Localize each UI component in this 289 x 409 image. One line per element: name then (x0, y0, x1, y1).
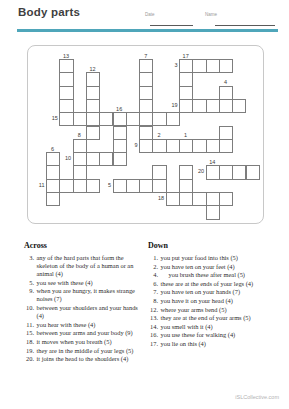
clue-item: 6.these are at the ends of your legs (4) (148, 280, 274, 288)
grid-cell[interactable] (179, 99, 193, 113)
clue-number: 8. (148, 297, 161, 305)
grid-cell[interactable] (219, 126, 233, 140)
clue-item: 15.between your arms and your body (9) (24, 329, 145, 337)
grid-cell[interactable] (139, 72, 153, 86)
clue-text: you use these for walking (4) (161, 331, 275, 339)
grid-cell[interactable] (219, 165, 233, 179)
clue-item: 19.they are in the middle of your legs (… (24, 347, 145, 355)
grid-cell[interactable] (113, 152, 127, 166)
clue-text: you smell with it (4) (161, 323, 275, 331)
worksheet-page: Body parts Date Name 3591011151819201246… (0, 0, 289, 409)
grid-cell[interactable] (139, 86, 153, 100)
grid-cell[interactable] (152, 139, 166, 153)
watermark: iSLCollective.com (235, 394, 279, 400)
page-title: Body parts (18, 6, 80, 18)
grid-cell[interactable] (86, 72, 100, 86)
crossword-grid: 3591011151819201246781213141617 (46, 59, 260, 220)
grid-number-across: 10 (59, 152, 71, 165)
across-heading: Across (24, 241, 145, 250)
clue-item: 4. you brush these after meal (5) (148, 271, 274, 279)
grid-number-down: 1 (179, 132, 192, 138)
grid-cell[interactable] (139, 112, 153, 126)
grid-cell[interactable] (86, 86, 100, 100)
grid-number-down: 6 (46, 146, 59, 152)
grid-cell[interactable] (99, 152, 113, 166)
grid-cell[interactable] (179, 179, 193, 193)
clue-item: 18.it moves when you breath (5) (24, 338, 145, 346)
grid-cell[interactable] (46, 179, 60, 193)
grid-cell[interactable] (206, 205, 220, 219)
grid-cell[interactable] (179, 192, 193, 206)
across-clues-section: Across 3.any of the hard parts that form… (24, 241, 145, 364)
clue-item: 2.you have ten on your feet (4) (148, 263, 274, 271)
grid-number-across: 20 (192, 165, 204, 178)
grid-number-across: 18 (152, 192, 164, 205)
grid-cell[interactable] (206, 59, 220, 73)
grid-cell[interactable] (166, 139, 180, 153)
clue-number: 4. (148, 271, 161, 279)
grid-cell[interactable] (59, 86, 73, 100)
grid-cell[interactable] (179, 86, 193, 100)
grid-number-across: 9 (126, 139, 138, 152)
grid-cell[interactable] (139, 126, 153, 140)
grid-cell[interactable] (59, 59, 73, 73)
grid-number-down: 16 (113, 106, 126, 112)
grid-cell[interactable] (139, 99, 153, 113)
clue-item: 12.where your arms bend (5) (148, 306, 274, 314)
clue-item: 7.you have ten on your hands (7) (148, 288, 274, 296)
grid-cell[interactable] (86, 126, 100, 140)
clue-item: 5.you see with these (4) (24, 279, 145, 287)
clue-text: you have ten on your feet (4) (161, 263, 275, 271)
clue-text: where your arms bend (5) (161, 306, 275, 314)
clue-text: you brush these after meal (5) (161, 271, 275, 279)
clue-text: they are in the middle of your legs (5) (37, 347, 146, 355)
clue-text: it joins the head to the shoulders (4) (37, 355, 146, 363)
grid-cell[interactable] (73, 139, 87, 153)
grid-cell[interactable] (126, 112, 140, 126)
grid-number-down: 8 (73, 132, 86, 138)
clue-text: between your arms and your body (9) (37, 329, 146, 337)
grid-cell[interactable] (232, 99, 246, 113)
clue-text: you have it on your head (4) (161, 297, 275, 305)
grid-cell[interactable] (152, 112, 166, 126)
clue-number: 1. (148, 254, 161, 262)
grid-cell[interactable] (219, 139, 233, 153)
grid-cell[interactable] (246, 165, 260, 179)
clue-number: 5. (24, 279, 37, 287)
clue-item: 3.any of the hard parts that form the sk… (24, 254, 145, 278)
clue-item: 16.you use these for walking (4) (148, 331, 274, 339)
clue-number: 14. (148, 323, 161, 331)
clue-item: 10.between your shoulders and your hands… (24, 304, 145, 320)
grid-cell[interactable] (232, 165, 246, 179)
clue-text: these are at the ends of your legs (4) (161, 280, 275, 288)
clue-number: 18. (24, 338, 37, 346)
name-label: Name (205, 12, 217, 17)
clue-number: 2. (148, 263, 161, 271)
grid-cell[interactable] (73, 179, 87, 193)
grid-cell[interactable] (59, 99, 73, 113)
clue-item: 8.you have it on your head (4) (148, 297, 274, 305)
grid-cell[interactable] (86, 99, 100, 113)
clue-number: 10. (24, 304, 37, 320)
grid-number-down: 13 (59, 53, 72, 59)
grid-cell[interactable] (139, 179, 153, 193)
grid-cell[interactable] (113, 179, 127, 193)
grid-cell[interactable] (219, 192, 233, 206)
grid-cell[interactable] (206, 192, 220, 206)
clue-number: 17. (148, 340, 161, 348)
down-clues-section: Down 1.you put your food into this (5)2.… (148, 241, 274, 349)
grid-cell[interactable] (113, 126, 127, 140)
grid-cell[interactable] (166, 112, 180, 126)
clue-number: 13. (148, 314, 161, 322)
grid-number-down: 2 (152, 132, 165, 138)
clue-item: 1.you put your food into this (5) (148, 254, 274, 262)
grid-cell[interactable] (126, 179, 140, 193)
grid-cell[interactable] (73, 112, 87, 126)
grid-number-across: 3 (166, 59, 178, 72)
clue-item: 20.it joins the head to the shoulders (4… (24, 355, 145, 363)
name-underline[interactable] (215, 25, 275, 26)
clue-text: you have ten on your hands (7) (161, 288, 275, 296)
grid-number-down: 12 (86, 66, 99, 72)
clue-number: 11. (24, 321, 37, 329)
grid-cell[interactable] (152, 165, 166, 179)
grid-cell[interactable] (206, 99, 220, 113)
grid-cell[interactable] (192, 59, 206, 73)
date-label: Date (145, 12, 155, 17)
grid-number-across: 11 (33, 179, 45, 192)
clue-item: 9.when you are hungry, it makes strange … (24, 287, 145, 303)
grid-number-down: 4 (219, 79, 232, 85)
clue-text: you lie on this (4) (161, 340, 275, 348)
grid-number-down: 7 (139, 53, 152, 59)
header-rule (17, 29, 278, 32)
clue-text: you hear with these (4) (37, 321, 146, 329)
clue-text: it moves when you breath (5) (37, 338, 146, 346)
grid-cell[interactable] (192, 99, 206, 113)
grid-cell[interactable] (219, 59, 233, 73)
clue-number: 9. (24, 287, 37, 303)
clue-number: 19. (24, 347, 37, 355)
date-underline[interactable] (150, 25, 193, 26)
grid-cell[interactable] (219, 99, 233, 113)
grid-cell[interactable] (139, 59, 153, 73)
clue-item: 11.you hear with these (4) (24, 321, 145, 329)
grid-cell[interactable] (206, 139, 220, 153)
grid-cell[interactable] (152, 179, 166, 193)
grid-cell[interactable] (179, 139, 193, 153)
grid-cell[interactable] (46, 165, 60, 179)
clue-item: 14.you smell with it (4) (148, 323, 274, 331)
grid-cell[interactable] (73, 165, 87, 179)
clue-number: 7. (148, 288, 161, 296)
grid-cell[interactable] (192, 192, 206, 206)
grid-cell[interactable] (59, 112, 73, 126)
grid-number-across: 15 (46, 112, 58, 125)
clue-text: they are at the end of your arms (5) (161, 314, 275, 322)
grid-cell[interactable] (99, 112, 113, 126)
grid-cell[interactable] (73, 152, 87, 166)
grid-cell[interactable] (179, 72, 193, 86)
grid-cell[interactable] (86, 112, 100, 126)
down-heading: Down (148, 241, 274, 250)
grid-number-down: 17 (179, 53, 192, 59)
clue-item: 13.they are at the end of your arms (5) (148, 314, 274, 322)
clue-text: when you are hungry, it makes strange no… (37, 287, 146, 303)
clue-text: you see with these (4) (37, 279, 146, 287)
grid-cell[interactable] (59, 72, 73, 86)
clue-text: any of the hard parts that form the skel… (37, 254, 146, 278)
grid-cell[interactable] (166, 192, 180, 206)
clue-text: between your shoulders and your hands (4… (37, 304, 146, 320)
down-clues-list: 1.you put your food into this (5)2.you h… (148, 254, 274, 348)
clue-number: 15. (24, 329, 37, 337)
grid-number-down: 14 (206, 159, 219, 165)
grid-cell[interactable] (59, 179, 73, 193)
grid-cell[interactable] (219, 86, 233, 100)
clue-text: you put your food into this (5) (161, 254, 275, 262)
grid-cell[interactable] (46, 192, 60, 206)
clue-number: 12. (148, 306, 161, 314)
clue-number: 16. (148, 331, 161, 339)
grid-cell[interactable] (179, 59, 193, 73)
grid-cell[interactable] (86, 152, 100, 166)
across-clues-list: 3.any of the hard parts that form the sk… (24, 254, 145, 363)
grid-number-across: 19 (166, 99, 178, 112)
grid-number-across: 5 (99, 179, 111, 192)
grid-cell[interactable] (113, 112, 127, 126)
grid-cell[interactable] (206, 165, 220, 179)
clue-number: 3. (24, 254, 37, 278)
clue-number: 20. (24, 355, 37, 363)
clue-item: 17.you lie on this (4) (148, 340, 274, 348)
grid-cell[interactable] (192, 139, 206, 153)
clue-number: 6. (148, 280, 161, 288)
grid-cell[interactable] (139, 139, 153, 153)
